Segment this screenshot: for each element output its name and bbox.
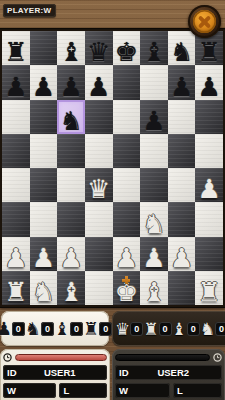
white-bishop-icon: ♝ [172,320,187,338]
square-f2[interactable]: ♟ [140,237,168,271]
square-b2[interactable]: ♟ [30,237,58,271]
square-c8[interactable]: ♝ [57,31,85,65]
white-knight[interactable]: ♞ [142,211,165,237]
wins-label: W [7,385,16,396]
white-queen[interactable]: ♛ [87,176,110,202]
square-e4[interactable] [113,168,141,202]
square-a7[interactable]: ♟ [2,65,30,99]
captured-pieces-row: 1♟0♞0♝0♜0♛ ♛0♜0♝0♞0♟1 [1,311,224,346]
square-h3[interactable] [195,202,223,236]
captured-white-pieces-tray: ♛0♜0♝0♞0♟1 [112,311,225,346]
white-queen-icon: ♛ [115,320,130,338]
clock-icon [3,353,12,362]
square-c2[interactable]: ♟ [57,237,85,271]
player2-time-bar [115,354,210,361]
square-e1[interactable]: ♚ [113,271,141,305]
black-knight-icon: ♞ [25,320,41,338]
player1-losses-box: L [59,383,107,398]
captured-black-rook-count: 0 [70,322,83,336]
black-queen[interactable]: ♛ [87,39,110,65]
square-f5[interactable] [140,134,168,168]
square-f8[interactable]: ♝ [140,31,168,65]
white-bishop[interactable]: ♝ [59,279,82,305]
losses-label: L [63,385,69,396]
square-b8[interactable] [30,31,58,65]
chess-app-screen: PLAYER:W ♜♝♛♚♝♞♜♟♟♟♟♟♟♞♟♛♟♞♟♟♟♟♟♟♜♞♝♚♝♜ … [0,0,225,400]
square-d6[interactable] [85,100,113,134]
square-g1[interactable] [168,271,196,305]
white-bishop[interactable]: ♝ [142,279,165,305]
player2-name: USER2 [129,367,219,378]
white-knight-icon: ♞ [200,320,215,338]
square-e5[interactable] [113,134,141,168]
square-g4[interactable] [168,168,196,202]
player1-record-row: W L [3,383,107,398]
square-h2[interactable] [195,237,223,271]
square-g2[interactable]: ♟ [168,237,196,271]
medal-icon [188,5,221,38]
square-f7[interactable] [140,65,168,99]
black-knight[interactable]: ♞ [59,108,82,134]
square-b3[interactable] [30,202,58,236]
square-a4[interactable] [2,168,30,202]
square-g8[interactable]: ♞ [168,31,196,65]
white-rook-icon: ♜ [143,320,158,338]
square-a3[interactable] [2,202,30,236]
white-pawn[interactable]: ♟ [142,245,165,271]
player1-timer-row [3,353,107,362]
square-c1[interactable]: ♝ [57,271,85,305]
player1-wins-box: W [3,383,56,398]
square-d8[interactable]: ♛ [85,31,113,65]
clock-icon [213,353,222,362]
square-a6[interactable] [2,100,30,134]
white-king[interactable]: ♚ [115,279,138,305]
square-d2[interactable] [85,237,113,271]
players-row: ID USER1 W L [0,349,225,400]
player1-name: USER1 [17,367,104,378]
square-e2[interactable]: ♟ [113,237,141,271]
player1-time-bar [15,354,107,361]
white-pawn[interactable]: ♟ [32,245,55,271]
square-c6[interactable]: ♞ [57,100,85,134]
wins-label: W [119,385,128,396]
square-a1[interactable]: ♜ [2,271,30,305]
square-a8[interactable]: ♜ [2,31,30,65]
square-c3[interactable] [57,202,85,236]
square-b5[interactable] [30,134,58,168]
square-b4[interactable] [30,168,58,202]
square-h4[interactable]: ♟ [195,168,223,202]
black-pawn[interactable]: ♟ [87,74,110,100]
square-f3[interactable]: ♞ [140,202,168,236]
id-label: ID [119,367,129,378]
player2-losses-box: L [173,383,222,398]
black-pawn[interactable]: ♟ [59,74,82,100]
square-b7[interactable]: ♟ [30,65,58,99]
square-d4[interactable]: ♛ [85,168,113,202]
king-cross-accent [122,276,130,284]
square-g7[interactable]: ♟ [168,65,196,99]
player2-panel: ID USER2 W L [112,349,225,400]
black-pawn[interactable]: ♟ [198,74,221,100]
captured-black-queen-count: 0 [99,322,112,336]
player2-id-box: ID USER2 [115,365,222,380]
square-c5[interactable] [57,134,85,168]
chess-board: ♜♝♛♚♝♞♜♟♟♟♟♟♟♞♟♛♟♞♟♟♟♟♟♟♜♞♝♚♝♜ [2,31,223,305]
id-label: ID [7,367,17,378]
captured-black-bishop-count: 0 [41,322,54,336]
square-h7[interactable]: ♟ [195,65,223,99]
square-e7[interactable] [113,65,141,99]
black-bishop[interactable]: ♝ [59,39,82,65]
square-d1[interactable] [85,271,113,305]
black-rook[interactable]: ♜ [4,39,27,65]
captured-white-rook-count: 0 [159,322,172,336]
square-h5[interactable] [195,134,223,168]
captured-black-pieces-tray: 1♟0♞0♝0♜0♛ [1,311,109,346]
square-f1[interactable]: ♝ [140,271,168,305]
square-d7[interactable]: ♟ [85,65,113,99]
player-turn-badge: PLAYER:W [3,4,56,17]
black-bishop[interactable]: ♝ [142,39,165,65]
black-rook[interactable]: ♜ [198,39,221,65]
square-f4[interactable] [140,168,168,202]
square-d3[interactable] [85,202,113,236]
square-d5[interactable] [85,134,113,168]
losses-label: L [177,385,183,396]
square-b1[interactable]: ♞ [30,271,58,305]
black-pawn-icon: ♟ [0,320,12,338]
square-a2[interactable]: ♟ [2,237,30,271]
white-rook[interactable]: ♜ [4,279,27,305]
white-pawn[interactable]: ♟ [4,245,27,271]
white-pawn[interactable]: ♟ [198,176,221,202]
white-knight[interactable]: ♞ [32,279,55,305]
square-h1[interactable]: ♜ [195,271,223,305]
square-e3[interactable] [113,202,141,236]
square-g6[interactable] [168,100,196,134]
square-c7[interactable]: ♟ [57,65,85,99]
player2-wins-box: W [115,383,170,398]
black-pawn[interactable]: ♟ [32,74,55,100]
white-pawn[interactable]: ♟ [170,245,193,271]
captured-black-knight-count: 0 [12,322,25,336]
square-f6[interactable]: ♟ [140,100,168,134]
square-b6[interactable] [30,100,58,134]
player2-record-row: W L [115,383,222,398]
player1-panel: ID USER1 W L [0,349,110,400]
captured-white-queen-count: 0 [130,322,143,336]
square-g3[interactable] [168,202,196,236]
square-e8[interactable]: ♚ [113,31,141,65]
player2-timer-row [115,353,222,362]
medal-cross-icon [193,10,216,33]
player1-id-box: ID USER1 [3,365,107,380]
black-pawn[interactable]: ♟ [170,74,193,100]
white-pawn[interactable]: ♟ [59,245,82,271]
captured-white-bishop-count: 0 [187,322,200,336]
square-e6[interactable] [113,100,141,134]
square-a5[interactable] [2,134,30,168]
white-pawn[interactable]: ♟ [115,245,138,271]
chess-board-frame: ♜♝♛♚♝♞♜♟♟♟♟♟♟♞♟♛♟♞♟♟♟♟♟♟♜♞♝♚♝♜ [0,29,225,307]
black-rook-icon: ♜ [83,320,99,338]
captured-white-knight-count: 0 [215,322,225,336]
square-h6[interactable] [195,100,223,134]
black-bishop-icon: ♝ [54,320,70,338]
square-g5[interactable] [168,134,196,168]
black-pawn[interactable]: ♟ [142,108,165,134]
square-c4[interactable] [57,168,85,202]
black-knight[interactable]: ♞ [170,39,193,65]
white-rook[interactable]: ♜ [198,279,221,305]
black-pawn[interactable]: ♟ [4,74,27,100]
black-king[interactable]: ♚ [115,39,138,65]
